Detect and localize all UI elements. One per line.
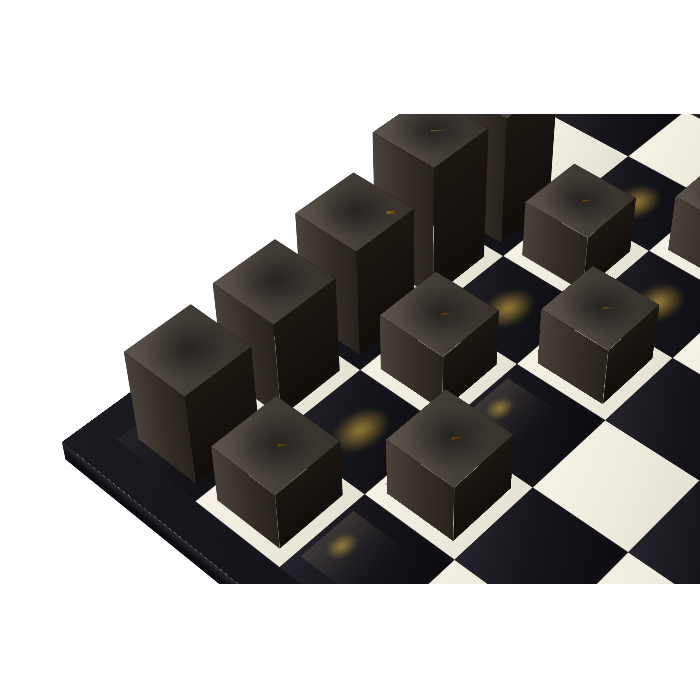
product-photo-chess-set — [0, 0, 700, 700]
brass-sphere-finial — [573, 255, 627, 309]
photo-margin-bottom — [0, 584, 700, 700]
brass-egg-finial — [157, 274, 218, 352]
brass-elbow-tube-finial — [225, 184, 323, 285]
brass-stepped-crown-finial — [312, 136, 399, 215]
photo-margin-top — [0, 0, 700, 114]
brass-sphere-finial — [412, 261, 467, 316]
brass-sphere-finial — [555, 151, 606, 202]
brass-sphere-finial — [246, 388, 305, 447]
brass-sphere-finial — [421, 381, 480, 440]
